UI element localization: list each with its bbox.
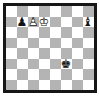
square-g7[interactable] xyxy=(72,17,83,28)
square-d6[interactable] xyxy=(39,27,50,38)
piece-white-pawn-c7: ♙ xyxy=(28,17,39,28)
square-f3[interactable]: ♚ xyxy=(61,59,72,70)
square-f6[interactable] xyxy=(61,27,72,38)
square-e7[interactable] xyxy=(50,17,61,28)
square-c2[interactable] xyxy=(28,69,39,80)
square-b8[interactable] xyxy=(17,6,28,17)
piece-black-bishop-h7: ♝ xyxy=(83,17,94,28)
square-a1[interactable] xyxy=(6,80,17,91)
square-h8[interactable] xyxy=(83,6,94,17)
square-b4[interactable] xyxy=(17,48,28,59)
board-frame: ♟♟♙♚♔♝♚ xyxy=(3,3,97,93)
square-g6[interactable] xyxy=(72,27,83,38)
chess-board: ♟♟♙♚♔♝♚ xyxy=(6,6,94,90)
square-e6[interactable] xyxy=(50,27,61,38)
piece-black-king-f3: ♚ xyxy=(61,59,72,70)
square-c7[interactable]: ♟♙ xyxy=(28,17,39,28)
square-g1[interactable] xyxy=(72,80,83,91)
square-d5[interactable] xyxy=(39,38,50,49)
square-h5[interactable] xyxy=(83,38,94,49)
square-a8[interactable] xyxy=(6,6,17,17)
piece-black-pawn-b7: ♟ xyxy=(17,17,28,28)
square-g5[interactable] xyxy=(72,38,83,49)
square-b5[interactable] xyxy=(17,38,28,49)
square-a5[interactable] xyxy=(6,38,17,49)
square-b3[interactable] xyxy=(17,59,28,70)
square-d1[interactable] xyxy=(39,80,50,91)
square-f8[interactable] xyxy=(61,6,72,17)
square-h3[interactable] xyxy=(83,59,94,70)
square-g4[interactable] xyxy=(72,48,83,59)
square-c4[interactable] xyxy=(28,48,39,59)
square-h4[interactable] xyxy=(83,48,94,59)
square-h6[interactable] xyxy=(83,27,94,38)
square-a3[interactable] xyxy=(6,59,17,70)
square-b2[interactable] xyxy=(17,69,28,80)
square-d4[interactable] xyxy=(39,48,50,59)
piece-white-pawn-fill-c7: ♟ xyxy=(28,17,39,28)
square-a6[interactable] xyxy=(6,27,17,38)
square-e3[interactable] xyxy=(50,59,61,70)
square-e8[interactable] xyxy=(50,6,61,17)
square-g3[interactable] xyxy=(72,59,83,70)
square-a2[interactable] xyxy=(6,69,17,80)
square-c6[interactable] xyxy=(28,27,39,38)
square-e2[interactable] xyxy=(50,69,61,80)
square-b7[interactable]: ♟ xyxy=(17,17,28,28)
square-a7[interactable] xyxy=(6,17,17,28)
square-g8[interactable] xyxy=(72,6,83,17)
square-d8[interactable] xyxy=(39,6,50,17)
square-a4[interactable] xyxy=(6,48,17,59)
square-f1[interactable] xyxy=(61,80,72,91)
square-f7[interactable] xyxy=(61,17,72,28)
square-e5[interactable] xyxy=(50,38,61,49)
square-h1[interactable] xyxy=(83,80,94,91)
square-b6[interactable] xyxy=(17,27,28,38)
piece-white-king-d7: ♔ xyxy=(39,17,50,28)
square-f2[interactable] xyxy=(61,69,72,80)
square-h2[interactable] xyxy=(83,69,94,80)
piece-white-king-fill-d7: ♚ xyxy=(39,17,50,28)
square-c8[interactable] xyxy=(28,6,39,17)
square-b1[interactable] xyxy=(17,80,28,91)
square-c5[interactable] xyxy=(28,38,39,49)
square-e4[interactable] xyxy=(50,48,61,59)
square-d3[interactable] xyxy=(39,59,50,70)
square-c3[interactable] xyxy=(28,59,39,70)
square-e1[interactable] xyxy=(50,80,61,91)
square-f5[interactable] xyxy=(61,38,72,49)
square-d2[interactable] xyxy=(39,69,50,80)
square-g2[interactable] xyxy=(72,69,83,80)
square-f4[interactable] xyxy=(61,48,72,59)
square-d7[interactable]: ♚♔ xyxy=(39,17,50,28)
square-h7[interactable]: ♝ xyxy=(83,17,94,28)
square-c1[interactable] xyxy=(28,80,39,91)
